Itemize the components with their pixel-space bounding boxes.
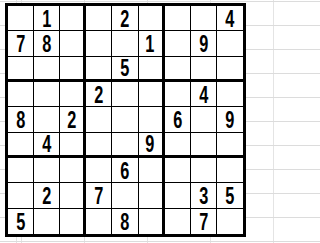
cell-r8c5[interactable] (112, 183, 138, 208)
cell-r1c7[interactable] (165, 6, 191, 31)
cell-r6c3[interactable] (60, 133, 86, 158)
cell-r7c8[interactable] (191, 158, 217, 183)
cell-r2c7[interactable] (165, 31, 191, 56)
cell-r8c9[interactable]: 5 (217, 183, 243, 208)
cell-r8c8[interactable]: 3 (191, 183, 217, 208)
given-digit: 5 (120, 57, 129, 81)
cell-r5c7[interactable]: 6 (165, 107, 191, 132)
cell-r8c2[interactable]: 2 (34, 183, 60, 208)
cell-r6c7[interactable] (165, 133, 191, 158)
cell-r2c6[interactable]: 1 (139, 31, 165, 56)
given-digit: 9 (225, 107, 234, 132)
cell-r3c4[interactable] (86, 57, 112, 82)
given-digit: 5 (16, 209, 25, 234)
cell-r9c5[interactable]: 8 (112, 209, 138, 234)
cell-r2c9[interactable] (217, 31, 243, 56)
cell-r6c1[interactable] (8, 133, 34, 158)
cell-r1c2[interactable]: 1 (34, 6, 60, 31)
cell-r5c6[interactable] (139, 107, 165, 132)
cell-r4c7[interactable] (165, 82, 191, 107)
cell-r7c9[interactable] (217, 158, 243, 183)
cell-r1c4[interactable] (86, 6, 112, 31)
given-digit: 7 (16, 31, 25, 56)
cell-r1c6[interactable] (139, 6, 165, 31)
given-digit: 9 (199, 31, 208, 56)
cell-r2c2[interactable]: 8 (34, 31, 60, 56)
cell-r9c6[interactable] (139, 209, 165, 234)
cell-r5c2[interactable] (34, 107, 60, 132)
cell-r4c8[interactable]: 4 (191, 82, 217, 107)
cell-r8c3[interactable] (60, 183, 86, 208)
cell-r2c1[interactable]: 7 (8, 31, 34, 56)
cell-r7c1[interactable] (8, 158, 34, 183)
cell-r9c1[interactable]: 5 (8, 209, 34, 234)
cell-r4c5[interactable] (112, 82, 138, 107)
cell-r9c2[interactable] (34, 209, 60, 234)
cell-r3c8[interactable] (191, 57, 217, 82)
cell-r8c4[interactable]: 7 (86, 183, 112, 208)
cell-r5c1[interactable]: 8 (8, 107, 34, 132)
cell-r4c6[interactable] (139, 82, 165, 107)
given-digit: 8 (120, 209, 129, 234)
given-digit: 3 (199, 183, 208, 208)
cell-r3c9[interactable] (217, 57, 243, 82)
cell-r2c5[interactable] (112, 31, 138, 56)
given-digit: 2 (42, 183, 51, 208)
given-digit: 7 (94, 183, 103, 208)
cell-r3c7[interactable] (165, 57, 191, 82)
cell-r8c1[interactable] (8, 183, 34, 208)
cell-r3c6[interactable] (139, 57, 165, 82)
cell-r6c6[interactable]: 9 (139, 133, 165, 158)
cell-r4c9[interactable] (217, 82, 243, 107)
given-digit: 2 (94, 82, 103, 107)
cell-r5c8[interactable] (191, 107, 217, 132)
given-digit: 2 (67, 107, 76, 132)
cell-r8c7[interactable] (165, 183, 191, 208)
given-digit: 6 (120, 158, 129, 183)
cell-r7c7[interactable] (165, 158, 191, 183)
cell-r9c4[interactable] (86, 209, 112, 234)
given-digit: 2 (120, 6, 129, 31)
cell-r3c2[interactable] (34, 57, 60, 82)
cell-r1c1[interactable] (8, 6, 34, 31)
given-digit: 4 (225, 6, 234, 31)
given-digit: 1 (146, 31, 155, 56)
cell-r7c2[interactable] (34, 158, 60, 183)
cell-r4c2[interactable] (34, 82, 60, 107)
given-digit: 6 (173, 107, 182, 132)
given-digit: 5 (225, 183, 234, 208)
cell-r3c5[interactable]: 5 (112, 57, 138, 82)
given-digit: 8 (16, 107, 25, 132)
cell-r1c3[interactable] (60, 6, 86, 31)
cell-r5c3[interactable]: 2 (60, 107, 86, 132)
cell-r9c9[interactable] (217, 209, 243, 234)
cell-r6c4[interactable] (86, 133, 112, 158)
cell-r2c4[interactable] (86, 31, 112, 56)
cell-r3c3[interactable] (60, 57, 86, 82)
cell-r4c3[interactable] (60, 82, 86, 107)
cell-r4c1[interactable] (8, 82, 34, 107)
cell-r9c8[interactable]: 7 (191, 209, 217, 234)
cell-r9c3[interactable] (60, 209, 86, 234)
cell-r9c7[interactable] (165, 209, 191, 234)
cell-r6c9[interactable] (217, 133, 243, 158)
cell-r6c5[interactable] (112, 133, 138, 158)
cell-r8c6[interactable] (139, 183, 165, 208)
cell-r2c3[interactable] (60, 31, 86, 56)
cell-r2c8[interactable]: 9 (191, 31, 217, 56)
cell-r5c4[interactable] (86, 107, 112, 132)
cell-r6c2[interactable]: 4 (34, 133, 60, 158)
given-digit: 7 (199, 209, 208, 234)
cell-r6c8[interactable] (191, 133, 217, 158)
cell-r7c3[interactable] (60, 158, 86, 183)
given-digit: 4 (199, 82, 208, 107)
cell-r5c5[interactable] (112, 107, 138, 132)
given-digit: 8 (42, 31, 51, 56)
cell-r5c9[interactable]: 9 (217, 107, 243, 132)
cell-r3c1[interactable] (8, 57, 34, 82)
cell-r7c5[interactable]: 6 (112, 158, 138, 183)
cell-r1c8[interactable] (191, 6, 217, 31)
cell-r1c5[interactable]: 2 (112, 6, 138, 31)
given-digit: 4 (42, 133, 51, 157)
cell-r4c4[interactable]: 2 (86, 82, 112, 107)
cell-r7c6[interactable] (139, 158, 165, 183)
cell-r7c4[interactable] (86, 158, 112, 183)
cell-r1c9[interactable]: 4 (217, 6, 243, 31)
given-digit: 9 (146, 133, 155, 157)
given-digit: 1 (42, 6, 51, 31)
sudoku-board: 124781952482694962735587 (5, 3, 246, 237)
